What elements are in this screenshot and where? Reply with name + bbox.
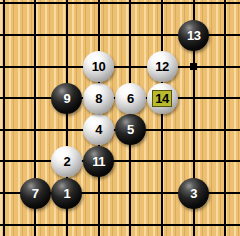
grid-line-horizontal [0, 160, 240, 162]
stone-number: 6 [127, 92, 134, 105]
stone-number: 10 [92, 60, 105, 73]
stone-number: 4 [95, 123, 102, 136]
go-board[interactable]: 1234567891011121314 [0, 0, 240, 236]
stone-number: 7 [32, 187, 39, 200]
grid-line-horizontal [0, 2, 240, 4]
grid-line-horizontal [0, 66, 240, 68]
stone-black-1[interactable]: 1 [51, 178, 82, 209]
stone-number: 12 [155, 60, 168, 73]
stone-number: 8 [95, 92, 102, 105]
stone-number: 9 [64, 92, 71, 105]
stone-black-7[interactable]: 7 [20, 178, 51, 209]
stone-white-12[interactable]: 12 [147, 51, 178, 82]
grid-line-horizontal [0, 224, 240, 226]
stone-number: 11 [92, 155, 105, 168]
stone-black-9[interactable]: 9 [51, 83, 82, 114]
stone-number: 13 [187, 29, 200, 42]
stone-black-11[interactable]: 11 [83, 146, 114, 177]
stone-white-10[interactable]: 10 [83, 51, 114, 82]
stone-number: 3 [190, 187, 197, 200]
stone-black-3[interactable]: 3 [178, 178, 209, 209]
stone-number: 1 [64, 187, 71, 200]
stone-white-8[interactable]: 8 [83, 83, 114, 114]
stone-number: 2 [64, 155, 71, 168]
stone-black-13[interactable]: 13 [178, 20, 209, 51]
stone-white-14[interactable]: 14 [147, 83, 178, 114]
star-point [190, 63, 197, 70]
stone-white-6[interactable]: 6 [115, 83, 146, 114]
stone-number: 5 [127, 123, 134, 136]
last-move-marker-number: 14 [152, 90, 171, 107]
stone-white-2[interactable]: 2 [51, 146, 82, 177]
stone-white-4[interactable]: 4 [83, 114, 114, 145]
stone-black-5[interactable]: 5 [115, 114, 146, 145]
